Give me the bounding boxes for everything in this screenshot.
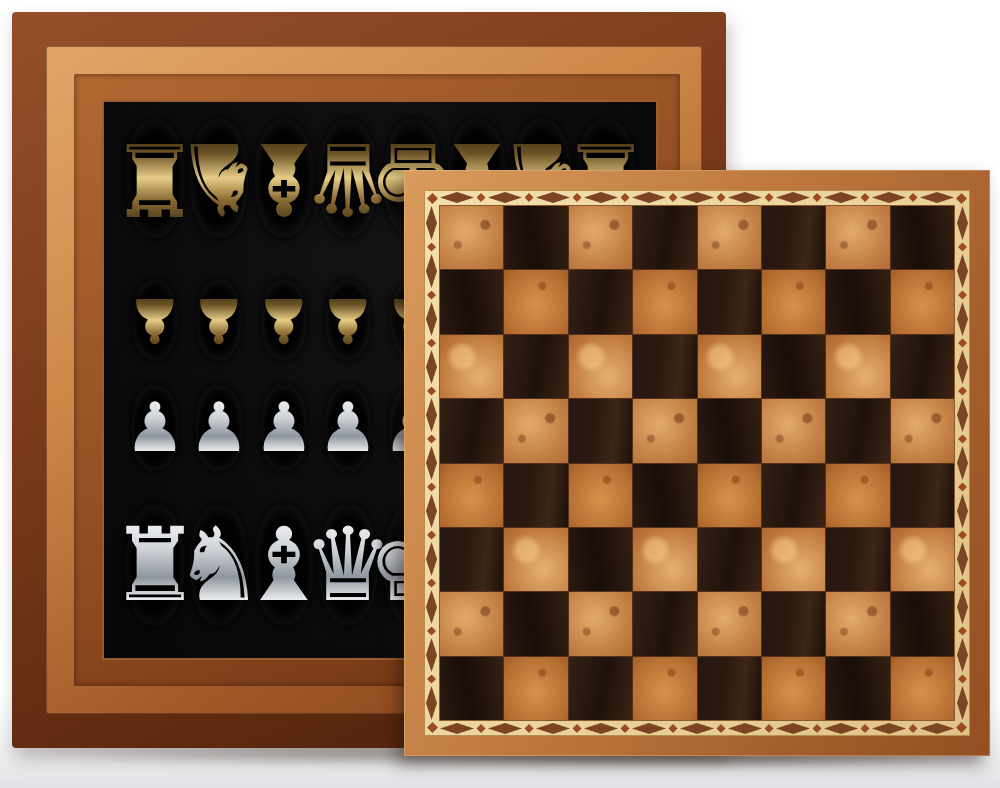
border-diamond bbox=[957, 446, 968, 480]
border-diamond bbox=[728, 192, 762, 203]
board-square-dark bbox=[633, 206, 696, 269]
board-square-dark bbox=[633, 592, 696, 655]
board-square-light bbox=[891, 528, 954, 591]
board-square-dark bbox=[504, 592, 567, 655]
border-small-diamond bbox=[861, 193, 870, 202]
board-square-light bbox=[891, 270, 954, 333]
border-small-diamond bbox=[477, 724, 486, 733]
chess-piece-pawn: ♟ bbox=[189, 394, 250, 462]
board-square-dark bbox=[569, 399, 632, 462]
border-small-diamond bbox=[427, 579, 436, 588]
border-small-diamond bbox=[909, 193, 918, 202]
border-diamond bbox=[426, 542, 437, 576]
border-small-diamond bbox=[427, 291, 436, 300]
border-strip-right bbox=[956, 206, 969, 720]
border-diamond bbox=[536, 723, 570, 734]
border-diamond bbox=[426, 302, 437, 336]
border-diamond bbox=[632, 723, 666, 734]
border-diamond bbox=[440, 192, 474, 203]
board-square-dark bbox=[440, 657, 503, 720]
board-square-dark bbox=[569, 270, 632, 333]
border-diamond bbox=[824, 192, 858, 203]
border-small-diamond bbox=[958, 627, 967, 636]
board-square-dark bbox=[698, 270, 761, 333]
board-square-dark bbox=[891, 464, 954, 527]
piece-slot-bronze-pawn: ♟ bbox=[197, 280, 241, 360]
board-square-light bbox=[698, 464, 761, 527]
board-square-light bbox=[698, 206, 761, 269]
board-square-light bbox=[504, 657, 567, 720]
border-small-diamond bbox=[427, 435, 436, 444]
border-small-diamond bbox=[958, 435, 967, 444]
border-small-diamond bbox=[717, 724, 726, 733]
border-small-diamond bbox=[573, 193, 582, 202]
border-diamond bbox=[920, 192, 954, 203]
border-small-diamond bbox=[717, 193, 726, 202]
border-diamond bbox=[957, 302, 968, 336]
chess-piece-pawn: ♟ bbox=[318, 394, 379, 462]
border-small-diamond bbox=[958, 483, 967, 492]
border-diamond bbox=[957, 686, 968, 720]
border-diamond bbox=[426, 254, 437, 288]
border-diamond bbox=[488, 723, 522, 734]
border-strip-bottom bbox=[440, 722, 954, 735]
border-small-diamond bbox=[958, 339, 967, 348]
border-diamond bbox=[584, 723, 618, 734]
board-square-dark bbox=[440, 528, 503, 591]
border-diamond bbox=[680, 723, 714, 734]
chess-piece-pawn: ♟ bbox=[127, 289, 183, 351]
border-small-diamond bbox=[909, 724, 918, 733]
board-square-light bbox=[891, 657, 954, 720]
border-diamond bbox=[680, 192, 714, 203]
border-diamond bbox=[536, 192, 570, 203]
board-square-dark bbox=[762, 464, 825, 527]
border-diamond bbox=[426, 446, 437, 480]
border-small-diamond bbox=[813, 724, 822, 733]
board-square-light bbox=[762, 270, 825, 333]
chess-piece-pawn: ♟ bbox=[254, 394, 315, 462]
border-small-diamond bbox=[958, 579, 967, 588]
border-strip-left bbox=[425, 206, 438, 720]
border-diamond bbox=[957, 350, 968, 384]
board-square-dark bbox=[504, 335, 567, 398]
border-diamond bbox=[957, 638, 968, 672]
border-diamond bbox=[824, 723, 858, 734]
board-square-dark bbox=[440, 399, 503, 462]
board-square-dark bbox=[891, 335, 954, 398]
border-diamond bbox=[957, 494, 968, 528]
board-square-dark bbox=[504, 206, 567, 269]
piece-slot-silver-pawn: ♟ bbox=[132, 385, 178, 471]
border-diamond bbox=[426, 350, 437, 384]
border-small-diamond bbox=[427, 627, 436, 636]
piece-slot-silver-pawn: ♟ bbox=[325, 385, 371, 471]
border-small-diamond bbox=[813, 193, 822, 202]
board-square-dark bbox=[826, 528, 889, 591]
border-small-diamond bbox=[669, 724, 678, 733]
board-square-light bbox=[569, 592, 632, 655]
border-small-diamond bbox=[427, 675, 436, 684]
border-diamond bbox=[426, 494, 437, 528]
border-small-diamond bbox=[669, 193, 678, 202]
chess-piece-pawn: ♟ bbox=[125, 394, 186, 462]
board-square-dark bbox=[698, 528, 761, 591]
chess-piece-pawn: ♟ bbox=[256, 289, 312, 351]
chess-piece-pawn: ♟ bbox=[320, 289, 376, 351]
border-small-diamond bbox=[765, 724, 774, 733]
border-diamond bbox=[584, 192, 618, 203]
border-small-diamond bbox=[427, 531, 436, 540]
border-diamond bbox=[426, 590, 437, 624]
board-square-dark bbox=[891, 206, 954, 269]
board-square-dark bbox=[891, 592, 954, 655]
board-square-dark bbox=[826, 270, 889, 333]
border-diamond bbox=[872, 192, 906, 203]
border-small-diamond bbox=[573, 724, 582, 733]
piece-slot-bronze-pawn: ♟ bbox=[326, 280, 370, 360]
board-square-light bbox=[569, 464, 632, 527]
board-square-light bbox=[826, 335, 889, 398]
border-small-diamond bbox=[958, 675, 967, 684]
board-square-light bbox=[504, 270, 567, 333]
border-diamond bbox=[957, 590, 968, 624]
border-strip-top bbox=[440, 191, 954, 204]
piece-slot-silver-pawn: ♟ bbox=[261, 385, 307, 471]
board-square-dark bbox=[826, 399, 889, 462]
border-diamond bbox=[426, 638, 437, 672]
border-diamond bbox=[957, 542, 968, 576]
border-small-diamond bbox=[525, 724, 534, 733]
product-photo-scene: ♜♞♝♛♚♝♞♜♟♟♟♟♟♟♟♟♟♟♟♟♟♟♟♟♜♞♝♛♚♝♞♜ bbox=[0, 0, 1000, 788]
border-diamond bbox=[426, 398, 437, 432]
border-small-diamond bbox=[958, 387, 967, 396]
border-small-diamond bbox=[427, 243, 436, 252]
board-square-dark bbox=[633, 335, 696, 398]
board-square-light bbox=[762, 399, 825, 462]
piece-slot-silver-pawn: ♟ bbox=[196, 385, 242, 471]
board-square-light bbox=[891, 399, 954, 462]
board-square-light bbox=[633, 270, 696, 333]
board-square-light bbox=[633, 528, 696, 591]
border-diamond bbox=[872, 723, 906, 734]
border-diamond bbox=[440, 723, 474, 734]
border-diamond bbox=[957, 254, 968, 288]
border-diamond bbox=[957, 206, 968, 240]
board-border-band bbox=[424, 190, 970, 736]
board-square-light bbox=[440, 206, 503, 269]
piece-slot-bronze-pawn: ♟ bbox=[133, 280, 177, 360]
border-corner-diamond bbox=[427, 193, 438, 204]
border-corner-diamond bbox=[956, 193, 967, 204]
board-square-light bbox=[762, 528, 825, 591]
board-square-light bbox=[826, 206, 889, 269]
border-small-diamond bbox=[861, 724, 870, 733]
board-square-light bbox=[569, 206, 632, 269]
border-diamond bbox=[488, 192, 522, 203]
board-square-light bbox=[633, 657, 696, 720]
border-diamond bbox=[776, 192, 810, 203]
board-square-light bbox=[698, 592, 761, 655]
border-small-diamond bbox=[477, 193, 486, 202]
board-square-dark bbox=[826, 657, 889, 720]
board-square-light bbox=[504, 399, 567, 462]
board-square-dark bbox=[762, 206, 825, 269]
board-square-light bbox=[440, 592, 503, 655]
border-small-diamond bbox=[427, 387, 436, 396]
chess-board bbox=[404, 170, 990, 756]
piece-slot-bronze-pawn: ♟ bbox=[262, 280, 306, 360]
border-diamond bbox=[957, 398, 968, 432]
board-square-dark bbox=[698, 399, 761, 462]
border-small-diamond bbox=[765, 193, 774, 202]
board-grid bbox=[440, 206, 954, 720]
board-square-dark bbox=[504, 464, 567, 527]
border-diamond bbox=[632, 192, 666, 203]
board-square-dark bbox=[633, 464, 696, 527]
board-square-light bbox=[826, 592, 889, 655]
border-small-diamond bbox=[958, 531, 967, 540]
board-square-light bbox=[826, 464, 889, 527]
border-small-diamond bbox=[427, 483, 436, 492]
board-square-dark bbox=[569, 528, 632, 591]
border-corner-diamond bbox=[956, 722, 967, 733]
board-square-dark bbox=[440, 270, 503, 333]
board-square-dark bbox=[762, 592, 825, 655]
border-diamond bbox=[426, 686, 437, 720]
border-small-diamond bbox=[621, 724, 630, 733]
board-square-light bbox=[440, 335, 503, 398]
border-small-diamond bbox=[621, 193, 630, 202]
board-square-light bbox=[504, 528, 567, 591]
border-small-diamond bbox=[958, 243, 967, 252]
border-small-diamond bbox=[958, 291, 967, 300]
border-diamond bbox=[920, 723, 954, 734]
board-square-light bbox=[698, 335, 761, 398]
board-square-dark bbox=[762, 335, 825, 398]
board-square-dark bbox=[698, 657, 761, 720]
border-diamond bbox=[426, 206, 437, 240]
border-corner-diamond bbox=[427, 722, 438, 733]
board-square-light bbox=[440, 464, 503, 527]
board-square-dark bbox=[569, 657, 632, 720]
border-diamond bbox=[776, 723, 810, 734]
board-square-light bbox=[633, 399, 696, 462]
border-small-diamond bbox=[427, 339, 436, 348]
board-square-light bbox=[569, 335, 632, 398]
chess-piece-pawn: ♟ bbox=[191, 289, 247, 351]
border-small-diamond bbox=[525, 193, 534, 202]
border-diamond bbox=[728, 723, 762, 734]
board-square-light bbox=[762, 657, 825, 720]
